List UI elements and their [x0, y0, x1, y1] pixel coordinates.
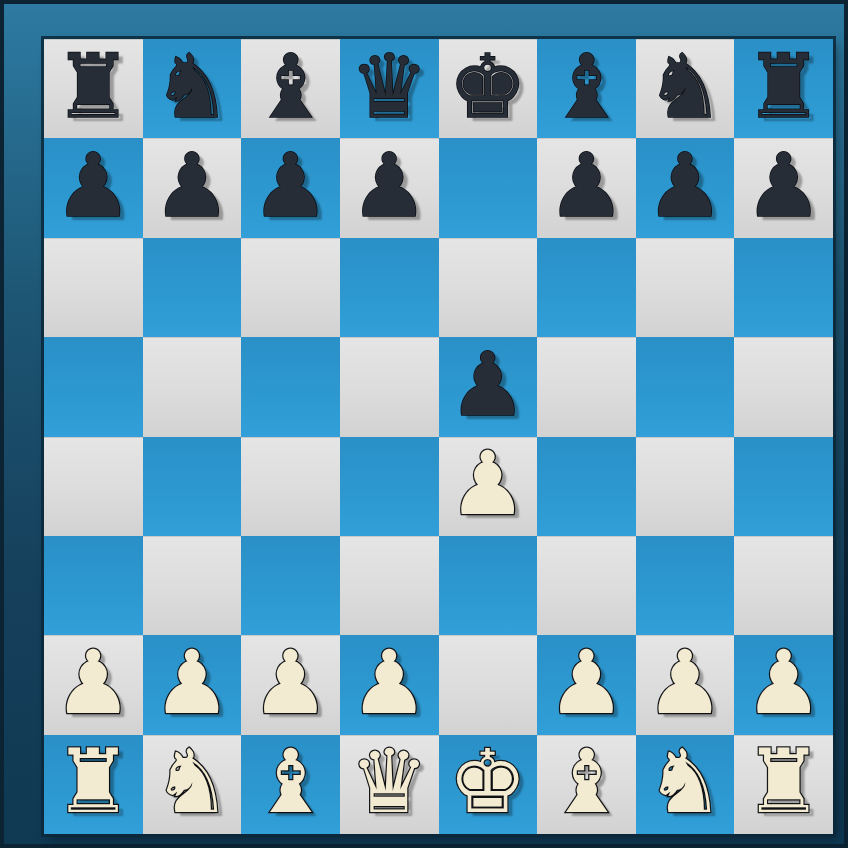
square-g8[interactable]: ♞ [636, 39, 735, 138]
square-b8[interactable]: ♞ [143, 39, 242, 138]
square-e3[interactable] [439, 536, 538, 635]
square-g7[interactable]: ♟ [636, 138, 735, 237]
square-f1[interactable]: ♝ [537, 735, 636, 834]
black-king[interactable]: ♚ [448, 43, 527, 131]
square-h5[interactable] [734, 337, 833, 436]
white-rook[interactable]: ♜ [744, 738, 823, 826]
square-g5[interactable] [636, 337, 735, 436]
square-g1[interactable]: ♞ [636, 735, 735, 834]
chess-board: ♜♞♝♛♚♝♞♜♟♟♟♟♟♟♟♟♟♟♟♟♟♟♟♟♜♞♝♛♚♝♞♜ [44, 39, 833, 834]
square-d6[interactable] [340, 238, 439, 337]
black-pawn[interactable]: ♟ [54, 142, 133, 230]
white-pawn[interactable]: ♟ [646, 639, 725, 727]
square-h6[interactable] [734, 238, 833, 337]
black-pawn[interactable]: ♟ [448, 341, 527, 429]
square-f5[interactable] [537, 337, 636, 436]
square-d4[interactable] [340, 437, 439, 536]
square-h2[interactable]: ♟ [734, 635, 833, 734]
white-pawn[interactable]: ♟ [152, 639, 231, 727]
square-d3[interactable] [340, 536, 439, 635]
square-h4[interactable] [734, 437, 833, 536]
white-bishop[interactable]: ♝ [251, 738, 330, 826]
square-d2[interactable]: ♟ [340, 635, 439, 734]
square-e4[interactable]: ♟ [439, 437, 538, 536]
white-pawn[interactable]: ♟ [744, 639, 823, 727]
square-a7[interactable]: ♟ [44, 138, 143, 237]
square-e5[interactable]: ♟ [439, 337, 538, 436]
square-g4[interactable] [636, 437, 735, 536]
white-pawn[interactable]: ♟ [448, 440, 527, 528]
black-pawn[interactable]: ♟ [744, 142, 823, 230]
square-c7[interactable]: ♟ [241, 138, 340, 237]
white-pawn[interactable]: ♟ [547, 639, 626, 727]
black-pawn[interactable]: ♟ [251, 142, 330, 230]
square-h7[interactable]: ♟ [734, 138, 833, 237]
square-f3[interactable] [537, 536, 636, 635]
black-rook[interactable]: ♜ [54, 43, 133, 131]
black-knight[interactable]: ♞ [646, 43, 725, 131]
square-f2[interactable]: ♟ [537, 635, 636, 734]
black-bishop[interactable]: ♝ [547, 43, 626, 131]
black-queen[interactable]: ♛ [350, 43, 429, 131]
square-b1[interactable]: ♞ [143, 735, 242, 834]
square-g3[interactable] [636, 536, 735, 635]
square-h3[interactable] [734, 536, 833, 635]
square-f7[interactable]: ♟ [537, 138, 636, 237]
square-c5[interactable] [241, 337, 340, 436]
square-h1[interactable]: ♜ [734, 735, 833, 834]
square-f8[interactable]: ♝ [537, 39, 636, 138]
square-g6[interactable] [636, 238, 735, 337]
square-e7[interactable] [439, 138, 538, 237]
square-h8[interactable]: ♜ [734, 39, 833, 138]
white-pawn[interactable]: ♟ [54, 639, 133, 727]
white-knight[interactable]: ♞ [152, 738, 231, 826]
white-bishop[interactable]: ♝ [547, 738, 626, 826]
square-a3[interactable] [44, 536, 143, 635]
square-b6[interactable] [143, 238, 242, 337]
white-queen[interactable]: ♛ [350, 738, 429, 826]
square-b2[interactable]: ♟ [143, 635, 242, 734]
black-pawn[interactable]: ♟ [152, 142, 231, 230]
square-c8[interactable]: ♝ [241, 39, 340, 138]
square-b7[interactable]: ♟ [143, 138, 242, 237]
square-d7[interactable]: ♟ [340, 138, 439, 237]
square-e6[interactable] [439, 238, 538, 337]
square-e8[interactable]: ♚ [439, 39, 538, 138]
square-b3[interactable] [143, 536, 242, 635]
black-pawn[interactable]: ♟ [547, 142, 626, 230]
white-pawn[interactable]: ♟ [350, 639, 429, 727]
square-a6[interactable] [44, 238, 143, 337]
white-king[interactable]: ♚ [448, 738, 527, 826]
square-f4[interactable] [537, 437, 636, 536]
square-c4[interactable] [241, 437, 340, 536]
white-knight[interactable]: ♞ [646, 738, 725, 826]
square-d5[interactable] [340, 337, 439, 436]
square-d8[interactable]: ♛ [340, 39, 439, 138]
square-a2[interactable]: ♟ [44, 635, 143, 734]
square-a8[interactable]: ♜ [44, 39, 143, 138]
square-f6[interactable] [537, 238, 636, 337]
square-a5[interactable] [44, 337, 143, 436]
square-c6[interactable] [241, 238, 340, 337]
square-e1[interactable]: ♚ [439, 735, 538, 834]
black-pawn[interactable]: ♟ [646, 142, 725, 230]
square-b4[interactable] [143, 437, 242, 536]
square-c1[interactable]: ♝ [241, 735, 340, 834]
white-pawn[interactable]: ♟ [251, 639, 330, 727]
black-pawn[interactable]: ♟ [350, 142, 429, 230]
square-a1[interactable]: ♜ [44, 735, 143, 834]
square-d1[interactable]: ♛ [340, 735, 439, 834]
black-bishop[interactable]: ♝ [251, 43, 330, 131]
square-g2[interactable]: ♟ [636, 635, 735, 734]
board-frame: ♜♞♝♛♚♝♞♜♟♟♟♟♟♟♟♟♟♟♟♟♟♟♟♟♜♞♝♛♚♝♞♜ [0, 0, 848, 848]
square-e2[interactable] [439, 635, 538, 734]
square-c2[interactable]: ♟ [241, 635, 340, 734]
white-rook[interactable]: ♜ [54, 738, 133, 826]
black-knight[interactable]: ♞ [152, 43, 231, 131]
square-b5[interactable] [143, 337, 242, 436]
black-rook[interactable]: ♜ [744, 43, 823, 131]
square-a4[interactable] [44, 437, 143, 536]
square-c3[interactable] [241, 536, 340, 635]
